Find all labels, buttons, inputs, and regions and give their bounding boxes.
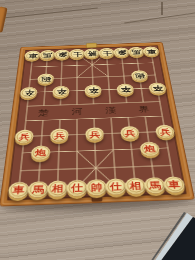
piece-glyph: 車 [28,53,37,59]
piece-red-advisor[interactable]: 仕 [67,179,88,196]
piece-black-chariot[interactable]: 車 [24,50,41,60]
piece-black-cannon[interactable]: 砲 [131,70,149,81]
piece-black-elephant[interactable]: 象 [54,49,70,59]
piece-glyph: 馬 [32,184,44,194]
piece-glyph: 炮 [144,144,156,152]
piece-glyph: 仕 [110,181,122,191]
piece-glyph: 兵 [124,129,135,137]
pieces-layer: 車馬象士將士象馬車砲砲卒卒卒卒卒兵兵兵兵兵炮炮車馬相仕帥仕相馬車 [0,42,195,206]
piece-glyph: 卒 [56,88,66,95]
piece-glyph: 砲 [41,76,51,82]
piece-black-horse[interactable]: 馬 [128,47,145,57]
piece-glyph: 象 [117,49,126,55]
piece-glyph: 卒 [152,85,163,92]
piece-black-horse[interactable]: 馬 [39,50,55,60]
piece-black-soldier[interactable]: 卒 [116,83,134,95]
piece-glyph: 砲 [134,72,144,78]
piece-red-soldier[interactable]: 兵 [50,128,69,142]
piece-black-chariot[interactable]: 車 [143,46,160,56]
piece-glyph: 仕 [71,183,83,193]
piece-black-general[interactable]: 將 [84,48,100,58]
piece-glyph: 兵 [18,132,29,140]
piece-glyph: 車 [146,48,156,54]
piece-glyph: 將 [87,50,96,56]
piece-red-cannon[interactable]: 炮 [139,141,160,156]
piece-black-soldier[interactable]: 卒 [20,87,38,99]
piece-glyph: 士 [102,50,111,56]
piece-glyph: 士 [72,51,81,57]
piece-glyph: 兵 [54,131,65,139]
piece-glyph: 炮 [35,148,46,156]
piece-red-chariot[interactable]: 車 [8,181,30,198]
piece-red-elephant[interactable]: 相 [47,180,68,197]
piece-glyph: 帥 [90,182,102,192]
piece-red-general[interactable]: 帥 [86,179,107,196]
piece-red-soldier[interactable]: 兵 [120,126,140,140]
piece-glyph: 兵 [89,130,100,138]
piece-glyph: 象 [58,51,67,57]
piece-glyph: 卒 [120,86,130,93]
piece-glyph: 馬 [148,180,161,190]
piece-red-cannon[interactable]: 炮 [30,145,50,160]
piece-black-soldier[interactable]: 卒 [148,82,167,94]
piece-red-horse[interactable]: 馬 [27,181,49,198]
piece-glyph: 馬 [43,52,52,58]
piece-red-soldier[interactable]: 兵 [14,130,34,144]
piece-black-soldier[interactable]: 卒 [52,86,69,98]
xiangqi-board: 楚 河 漢 界 車馬象士將士象馬車砲砲卒卒卒卒卒兵兵兵兵兵炮炮車馬相仕帥仕相馬車 [0,42,195,206]
piece-red-chariot[interactable]: 車 [163,176,186,193]
piece-glyph: 卒 [88,87,98,94]
piece-red-soldier[interactable]: 兵 [85,127,104,141]
piece-red-soldier[interactable]: 兵 [155,125,176,139]
piece-glyph: 相 [52,183,64,193]
piece-red-horse[interactable]: 馬 [144,177,167,194]
piece-black-elephant[interactable]: 象 [113,47,130,57]
piece-glyph: 車 [168,179,181,189]
piece-black-advisor[interactable]: 士 [99,48,115,58]
piece-red-advisor[interactable]: 仕 [105,178,127,195]
piece-black-soldier[interactable]: 卒 [85,84,102,96]
piece-glyph: 馬 [131,49,141,55]
piece-glyph: 卒 [24,89,34,96]
scene: 楚 河 漢 界 車馬象士將士象馬車砲砲卒卒卒卒卒兵兵兵兵兵炮炮車馬相仕帥仕相馬車 [0,0,195,260]
piece-glyph: 相 [129,181,142,191]
piece-glyph: 兵 [159,128,171,136]
piece-red-elephant[interactable]: 相 [124,177,146,194]
piece-black-advisor[interactable]: 士 [69,49,85,59]
piece-glyph: 車 [12,185,25,195]
piece-black-cannon[interactable]: 砲 [37,73,54,84]
